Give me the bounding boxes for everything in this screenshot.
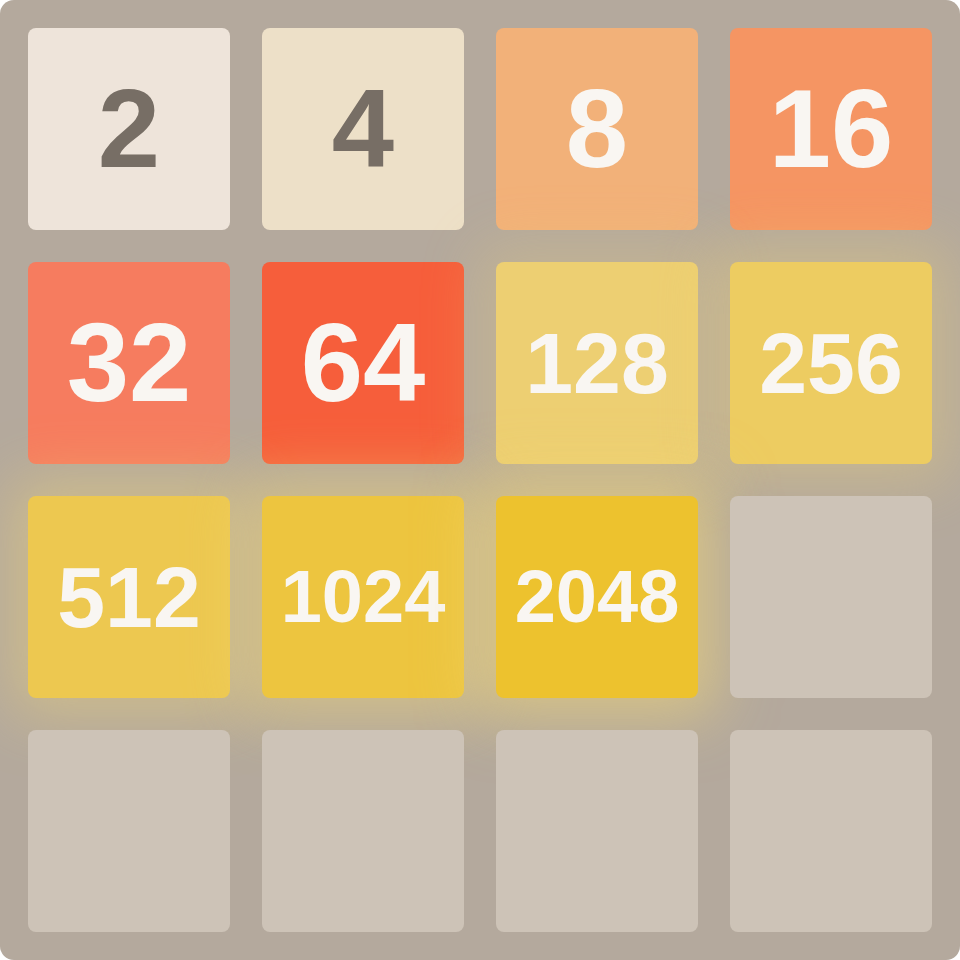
board-2048[interactable]: 24816326412825651210242048 xyxy=(0,0,960,960)
tile-1024: 1024 xyxy=(262,496,464,698)
tile-16: 16 xyxy=(730,28,932,230)
empty-cell xyxy=(730,496,932,698)
tile-64: 64 xyxy=(262,262,464,464)
tile-2: 2 xyxy=(28,28,230,230)
tile-512: 512 xyxy=(28,496,230,698)
empty-cell xyxy=(730,730,932,932)
tile-256: 256 xyxy=(730,262,932,464)
tile-2048: 2048 xyxy=(496,496,698,698)
empty-cell xyxy=(496,730,698,932)
tile-128: 128 xyxy=(496,262,698,464)
tile-8: 8 xyxy=(496,28,698,230)
tile-4: 4 xyxy=(262,28,464,230)
empty-cell xyxy=(28,730,230,932)
empty-cell xyxy=(262,730,464,932)
tile-32: 32 xyxy=(28,262,230,464)
